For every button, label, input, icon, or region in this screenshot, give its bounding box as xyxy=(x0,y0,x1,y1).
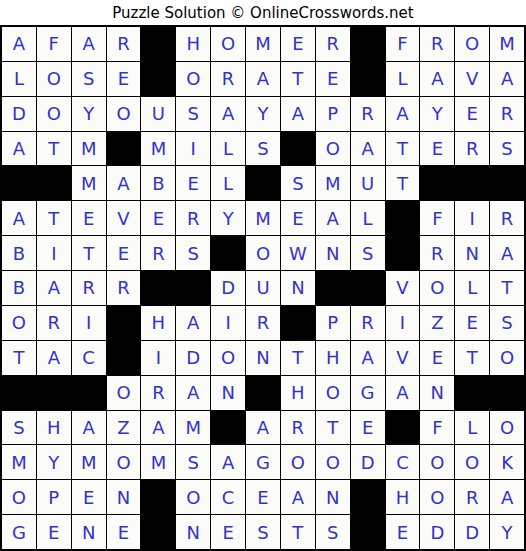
letter-cell: M xyxy=(246,27,280,61)
letter-cell: U xyxy=(141,97,175,131)
letter-cell: O xyxy=(246,236,280,270)
letter-cell: V xyxy=(386,271,420,305)
letter-cell: A xyxy=(316,201,350,235)
letter-cell: A xyxy=(72,411,106,445)
letter-cell: M xyxy=(72,132,106,166)
letter-cell: I xyxy=(211,306,245,340)
black-cell xyxy=(246,166,280,200)
letter-cell: R xyxy=(281,411,315,445)
letter-cell: S xyxy=(490,306,524,340)
black-cell xyxy=(211,236,245,270)
letter-cell: A xyxy=(37,341,71,375)
letter-cell: M xyxy=(176,411,210,445)
letter-cell: M xyxy=(72,166,106,200)
letter-cell: G xyxy=(351,376,385,410)
letter-cell: R xyxy=(351,306,385,340)
letter-cell: N xyxy=(420,376,454,410)
letter-cell: E xyxy=(420,341,454,375)
letter-cell: O xyxy=(490,411,524,445)
black-cell xyxy=(37,166,71,200)
letter-cell: R xyxy=(107,27,141,61)
letter-cell: R xyxy=(455,480,489,514)
letter-cell: K xyxy=(490,445,524,479)
black-cell xyxy=(211,411,245,445)
letter-cell: N xyxy=(455,236,489,270)
letter-cell: E xyxy=(107,62,141,96)
letter-cell: R xyxy=(72,271,106,305)
letter-cell: R xyxy=(211,62,245,96)
black-cell xyxy=(455,166,489,200)
letter-cell: R xyxy=(420,236,454,270)
letter-cell: A xyxy=(37,271,71,305)
letter-cell: O xyxy=(2,480,36,514)
letter-cell: E xyxy=(420,132,454,166)
crossword-grid: AFARHOMERFROMLOSEORATELAVADOYOUSAYAPRAYE… xyxy=(0,25,526,551)
letter-cell: C xyxy=(386,445,420,479)
letter-cell: P xyxy=(37,480,71,514)
letter-cell: F xyxy=(386,27,420,61)
black-cell xyxy=(386,411,420,445)
letter-cell: L xyxy=(211,132,245,166)
letter-cell: I xyxy=(386,306,420,340)
black-cell xyxy=(141,515,175,549)
letter-cell: A xyxy=(107,166,141,200)
letter-cell: G xyxy=(2,515,36,549)
letter-cell: A xyxy=(2,201,36,235)
letter-cell: S xyxy=(72,62,106,96)
letter-cell: R xyxy=(490,97,524,131)
black-cell xyxy=(420,166,454,200)
letter-cell: D xyxy=(211,271,245,305)
letter-cell: E xyxy=(176,166,210,200)
letter-cell: A xyxy=(490,236,524,270)
letter-cell: A xyxy=(2,132,36,166)
letter-cell: E xyxy=(316,62,350,96)
letter-cell: A xyxy=(246,411,280,445)
letter-cell: A xyxy=(420,62,454,96)
letter-cell: N xyxy=(316,236,350,270)
letter-cell: B xyxy=(2,236,36,270)
letter-cell: I xyxy=(176,132,210,166)
letter-cell: E xyxy=(107,515,141,549)
letter-cell: S xyxy=(351,236,385,270)
letter-cell: B xyxy=(2,271,36,305)
letter-cell: Y xyxy=(72,97,106,131)
black-cell xyxy=(281,132,315,166)
black-cell xyxy=(246,376,280,410)
letter-cell: O xyxy=(37,97,71,131)
letter-cell: H xyxy=(37,411,71,445)
black-cell xyxy=(351,480,385,514)
letter-cell: M xyxy=(246,201,280,235)
letter-cell: A xyxy=(211,445,245,479)
letter-cell: T xyxy=(281,341,315,375)
letter-cell: M xyxy=(2,445,36,479)
letter-cell: P xyxy=(316,306,350,340)
letter-cell: N xyxy=(211,376,245,410)
letter-cell: L xyxy=(386,62,420,96)
letter-cell: F xyxy=(420,201,454,235)
letter-cell: M xyxy=(141,445,175,479)
letter-cell: O xyxy=(211,27,245,61)
black-cell xyxy=(72,376,106,410)
letter-cell: O xyxy=(420,480,454,514)
letter-cell: A xyxy=(211,97,245,131)
letter-cell: A xyxy=(246,62,280,96)
letter-cell: E xyxy=(455,306,489,340)
letter-cell: N xyxy=(316,480,350,514)
letter-cell: R xyxy=(246,306,280,340)
letter-cell: R xyxy=(316,27,350,61)
letter-cell: N xyxy=(281,271,315,305)
black-cell xyxy=(316,271,350,305)
letter-cell: E xyxy=(386,515,420,549)
letter-cell: S xyxy=(281,166,315,200)
black-cell xyxy=(351,62,385,96)
black-cell xyxy=(107,132,141,166)
letter-cell: T xyxy=(316,411,350,445)
letter-cell: C xyxy=(211,480,245,514)
letter-cell: O xyxy=(211,341,245,375)
letter-cell: Y xyxy=(37,445,71,479)
letter-cell: D xyxy=(176,341,210,375)
letter-cell: E xyxy=(37,515,71,549)
letter-cell: O xyxy=(455,445,489,479)
letter-cell: E xyxy=(455,97,489,131)
letter-cell: V xyxy=(107,201,141,235)
letter-cell: A xyxy=(2,27,36,61)
letter-cell: A xyxy=(176,306,210,340)
letter-cell: H xyxy=(141,306,175,340)
letter-cell: Y xyxy=(246,97,280,131)
letter-cell: I xyxy=(72,306,106,340)
letter-cell: H xyxy=(386,480,420,514)
letter-cell: U xyxy=(351,166,385,200)
letter-cell: O xyxy=(490,341,524,375)
black-cell xyxy=(386,201,420,235)
letter-cell: G xyxy=(246,445,280,479)
letter-cell: R xyxy=(455,132,489,166)
letter-cell: O xyxy=(316,445,350,479)
letter-cell: O xyxy=(316,376,350,410)
letter-cell: M xyxy=(72,445,106,479)
letter-cell: P xyxy=(316,97,350,131)
letter-cell: L xyxy=(455,411,489,445)
letter-cell: E xyxy=(246,480,280,514)
letter-cell: U xyxy=(246,271,280,305)
letter-cell: N xyxy=(246,341,280,375)
letter-cell: T xyxy=(281,62,315,96)
letter-cell: S xyxy=(2,411,36,445)
black-cell xyxy=(141,62,175,96)
letter-cell: Z xyxy=(420,306,454,340)
letter-cell: H xyxy=(316,341,350,375)
letter-cell: Z xyxy=(107,411,141,445)
letter-cell: S xyxy=(316,515,350,549)
letter-cell: H xyxy=(281,376,315,410)
black-cell xyxy=(107,341,141,375)
letter-cell: I xyxy=(141,341,175,375)
black-cell xyxy=(141,27,175,61)
letter-cell: S xyxy=(176,236,210,270)
letter-cell: M xyxy=(490,27,524,61)
letter-cell: R xyxy=(176,201,210,235)
letter-cell: L xyxy=(211,166,245,200)
letter-cell: E xyxy=(351,411,385,445)
letter-cell: E xyxy=(141,201,175,235)
black-cell xyxy=(351,27,385,61)
letter-cell: O xyxy=(176,62,210,96)
letter-cell: S xyxy=(176,445,210,479)
letter-cell: T xyxy=(490,271,524,305)
letter-cell: S xyxy=(490,132,524,166)
letter-cell: O xyxy=(316,132,350,166)
black-cell xyxy=(2,376,36,410)
black-cell xyxy=(37,376,71,410)
letter-cell: D xyxy=(455,515,489,549)
black-cell xyxy=(281,306,315,340)
letter-cell: T xyxy=(386,132,420,166)
letter-cell: L xyxy=(2,62,36,96)
letter-cell: D xyxy=(2,97,36,131)
letter-cell: V xyxy=(455,62,489,96)
black-cell xyxy=(490,166,524,200)
letter-cell: A xyxy=(351,132,385,166)
letter-cell: R xyxy=(107,271,141,305)
black-cell xyxy=(351,515,385,549)
letter-cell: R xyxy=(141,376,175,410)
letter-cell: A xyxy=(490,62,524,96)
black-cell xyxy=(386,236,420,270)
black-cell xyxy=(176,271,210,305)
letter-cell: Y xyxy=(211,201,245,235)
letter-cell: M xyxy=(141,132,175,166)
letter-cell: O xyxy=(455,27,489,61)
letter-cell: A xyxy=(351,341,385,375)
letter-cell: N xyxy=(176,515,210,549)
letter-cell: A xyxy=(176,376,210,410)
letter-cell: C xyxy=(72,341,106,375)
letter-cell: I xyxy=(37,236,71,270)
letter-cell: O xyxy=(107,445,141,479)
black-cell xyxy=(141,480,175,514)
letter-cell: A xyxy=(141,411,175,445)
black-cell xyxy=(455,376,489,410)
letter-cell: V xyxy=(386,341,420,375)
letter-cell: D xyxy=(420,515,454,549)
letter-cell: L xyxy=(351,201,385,235)
puzzle-solution-page: Puzzle Solution © OnlineCrosswords.net A… xyxy=(0,0,526,551)
letter-cell: F xyxy=(37,27,71,61)
letter-cell: Y xyxy=(490,515,524,549)
letter-cell: E xyxy=(281,27,315,61)
letter-cell: B xyxy=(141,166,175,200)
letter-cell: O xyxy=(420,445,454,479)
letter-cell: H xyxy=(176,27,210,61)
letter-cell: A xyxy=(386,97,420,131)
black-cell xyxy=(141,271,175,305)
letter-cell: T xyxy=(455,341,489,375)
letter-cell: O xyxy=(107,97,141,131)
letter-cell: W xyxy=(281,236,315,270)
letter-cell: E xyxy=(281,201,315,235)
letter-cell: T xyxy=(72,236,106,270)
letter-cell: M xyxy=(316,166,350,200)
letter-cell: N xyxy=(107,480,141,514)
letter-cell: R xyxy=(141,236,175,270)
letter-cell: L xyxy=(455,271,489,305)
black-cell xyxy=(107,306,141,340)
letter-cell: O xyxy=(107,376,141,410)
letter-cell: R xyxy=(490,201,524,235)
letter-cell: T xyxy=(37,132,71,166)
letter-cell: D xyxy=(351,445,385,479)
letter-cell: F xyxy=(420,411,454,445)
letter-cell: S xyxy=(176,97,210,131)
letter-cell: E xyxy=(107,236,141,270)
letter-cell: T xyxy=(37,201,71,235)
letter-cell: S xyxy=(246,132,280,166)
page-title: Puzzle Solution © OnlineCrosswords.net xyxy=(0,0,526,25)
letter-cell: O xyxy=(281,445,315,479)
letter-cell: A xyxy=(490,480,524,514)
letter-cell: N xyxy=(72,515,106,549)
letter-cell: I xyxy=(455,201,489,235)
letter-cell: E xyxy=(72,480,106,514)
letter-cell: R xyxy=(420,27,454,61)
letter-cell: A xyxy=(386,376,420,410)
letter-cell: E xyxy=(72,201,106,235)
letter-cell: T xyxy=(386,166,420,200)
letter-cell: A xyxy=(281,480,315,514)
letter-cell: Y xyxy=(420,97,454,131)
black-cell xyxy=(490,376,524,410)
letter-cell: R xyxy=(351,97,385,131)
letter-cell: T xyxy=(281,515,315,549)
letter-cell: O xyxy=(2,306,36,340)
letter-cell: O xyxy=(176,480,210,514)
letter-cell: S xyxy=(246,515,280,549)
letter-cell: O xyxy=(37,62,71,96)
black-cell xyxy=(351,271,385,305)
black-cell xyxy=(2,166,36,200)
letter-cell: O xyxy=(420,271,454,305)
letter-cell: E xyxy=(211,515,245,549)
letter-cell: A xyxy=(281,97,315,131)
letter-cell: T xyxy=(2,341,36,375)
letter-cell: A xyxy=(72,27,106,61)
letter-cell: R xyxy=(37,306,71,340)
